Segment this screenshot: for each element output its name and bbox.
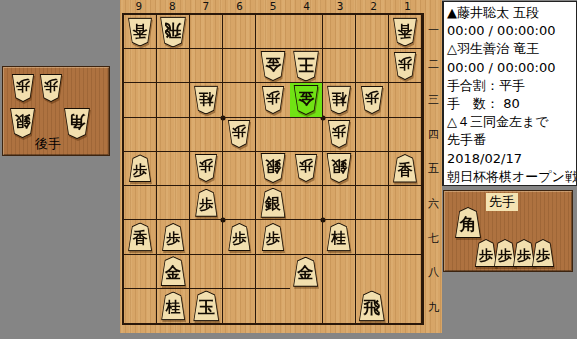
- board-cell-3四[interactable]: 歩: [323, 118, 356, 152]
- board-cell-1八[interactable]: [389, 255, 422, 289]
- file-label: 4: [290, 0, 324, 13]
- piece-gote-knight[interactable]: 桂: [326, 86, 352, 115]
- board-cell-8三[interactable]: [157, 83, 190, 117]
- rank-label: 二: [426, 48, 441, 83]
- info-line-3: △羽生善治 竜王: [447, 40, 576, 58]
- board-cell-5四[interactable]: [256, 118, 289, 152]
- file-label: 2: [357, 0, 391, 13]
- board-cell-6二[interactable]: [223, 49, 256, 83]
- piece-gote-rook[interactable]: 飛: [159, 16, 187, 47]
- piece-gote-pawn[interactable]: 歩: [194, 154, 218, 182]
- board-cell-6九[interactable]: [223, 289, 256, 323]
- board-cell-6七[interactable]: 歩: [223, 220, 256, 254]
- board-cell-7八[interactable]: [190, 255, 223, 289]
- file-labels: 987654321: [122, 0, 424, 13]
- board-cell-9二[interactable]: [124, 49, 157, 83]
- piece-kanji: 銀: [265, 193, 281, 212]
- board-cell-5二[interactable]: 金: [256, 49, 289, 83]
- board-cell-7二[interactable]: [190, 49, 223, 83]
- board-cell-6六[interactable]: [223, 186, 256, 220]
- board-cell-9七[interactable]: 香: [124, 220, 157, 254]
- piece-kanji: 歩: [498, 245, 512, 262]
- piece-kanji: 歩: [266, 92, 280, 109]
- file-label: 8: [156, 0, 190, 13]
- board-cell-4七[interactable]: [290, 220, 323, 254]
- board-cell-7六[interactable]: 歩: [190, 186, 223, 220]
- board-cell-4八[interactable]: 金: [290, 255, 323, 289]
- file-label: 9: [122, 0, 156, 13]
- piece-sente-king[interactable]: 玉: [192, 290, 220, 321]
- piece-gote-pawn[interactable]: 歩: [360, 86, 384, 114]
- piece-gote-gold[interactable]: 金: [259, 51, 286, 81]
- board-cell-7五[interactable]: 歩: [190, 152, 223, 186]
- piece-kanji: 桂: [331, 228, 346, 246]
- piece-sente-knight[interactable]: 桂: [160, 291, 186, 320]
- board-cell-9九[interactable]: [124, 289, 157, 323]
- piece-kanji: 飛: [363, 296, 380, 316]
- piece-kanji: 桂: [199, 91, 214, 109]
- board-cell-3一[interactable]: [323, 15, 356, 49]
- gote-tray-label: 後手: [35, 135, 61, 153]
- piece-gote-knight[interactable]: 桂: [193, 86, 219, 115]
- piece-gote-pawn[interactable]: 歩: [11, 74, 35, 102]
- board-cell-7四[interactable]: [190, 118, 223, 152]
- rank-label: 五: [426, 152, 441, 187]
- board-cell-4九[interactable]: [290, 289, 323, 323]
- piece-kanji: 歩: [517, 245, 531, 262]
- rank-label: 三: [426, 82, 441, 117]
- board-cell-7一[interactable]: [190, 15, 223, 49]
- piece-sente-silver[interactable]: 銀: [259, 188, 286, 218]
- piece-kanji: 桂: [166, 297, 181, 315]
- sente-tray-label: 先手: [486, 193, 518, 211]
- board-cell-5三[interactable]: 歩: [256, 83, 289, 117]
- shogi-board-panel: 987654321 香飛香金王歩桂歩金桂歩歩歩歩歩銀歩銀香歩銀香歩歩歩桂金金桂玉…: [120, 0, 442, 333]
- sente-captured-tray: 先手 角歩歩歩歩: [443, 190, 573, 272]
- board-cell-5七[interactable]: 歩: [256, 220, 289, 254]
- board-cell-2六[interactable]: [356, 186, 389, 220]
- rank-label: 八: [426, 256, 441, 291]
- board-cell-4二[interactable]: 王: [290, 49, 323, 83]
- board-cell-3五[interactable]: 銀: [323, 152, 356, 186]
- board-cell-1一[interactable]: 香: [389, 15, 422, 49]
- piece-kanji: 歩: [133, 160, 147, 177]
- piece-kanji: 歩: [44, 80, 58, 97]
- piece-kanji: 王: [297, 56, 314, 76]
- board-cell-8八[interactable]: 金: [157, 255, 190, 289]
- piece-kanji: 金: [298, 91, 314, 110]
- piece-sente-gold[interactable]: 金: [160, 256, 187, 286]
- board-cell-5九[interactable]: [256, 289, 289, 323]
- piece-gote-pawn[interactable]: 歩: [227, 120, 251, 148]
- board-cell-6一[interactable]: [223, 15, 256, 49]
- piece-kanji: 飛: [165, 22, 182, 42]
- board-cell-5八[interactable]: [256, 255, 289, 289]
- info-line-4: 00:00 / 00:00:00: [447, 59, 576, 77]
- piece-kanji: 金: [298, 262, 314, 281]
- board-cell-2二[interactable]: [356, 49, 389, 83]
- board-cell-1二[interactable]: 歩: [389, 49, 422, 83]
- board-cell-2一[interactable]: [356, 15, 389, 49]
- board-cell-7九[interactable]: 玉: [190, 289, 223, 323]
- piece-gote-lance[interactable]: 香: [392, 17, 418, 46]
- board-cell-2九[interactable]: 飛: [356, 289, 389, 323]
- board-cell-6三[interactable]: [223, 83, 256, 117]
- file-label: 7: [189, 0, 223, 13]
- rank-labels: 一二三四五六七八九: [426, 13, 441, 325]
- piece-kanji: 歩: [365, 92, 379, 109]
- board-cell-8七[interactable]: 歩: [157, 220, 190, 254]
- rank-label: 七: [426, 221, 441, 256]
- piece-kanji: 歩: [266, 228, 280, 245]
- piece-gote-pawn[interactable]: 歩: [261, 86, 285, 114]
- board-cell-9六[interactable]: [124, 186, 157, 220]
- piece-kanji: 歩: [332, 126, 346, 143]
- piece-gote-king[interactable]: 王: [292, 50, 320, 81]
- info-line-1: ▲藤井聡太 五段: [447, 4, 576, 22]
- board-cell-9五[interactable]: 歩: [124, 152, 157, 186]
- piece-gote-bishop[interactable]: 角: [63, 108, 91, 139]
- board-cell-3七[interactable]: 桂: [323, 220, 356, 254]
- info-line-10: 朝日杯将棋オープン戦: [447, 168, 576, 186]
- piece-sente-bishop[interactable]: 角: [454, 207, 482, 238]
- piece-kanji: 歩: [479, 245, 493, 262]
- info-line-6: 手 数： 80: [447, 95, 576, 113]
- piece-sente-pawn[interactable]: 歩: [194, 189, 218, 217]
- info-line-2: 00:00 / 00:00:00: [447, 22, 576, 40]
- board-cell-1六[interactable]: [389, 186, 422, 220]
- board-cell-1五[interactable]: 香: [389, 152, 422, 186]
- board-cell-5六[interactable]: 銀: [256, 186, 289, 220]
- rank-label: 九: [426, 290, 441, 325]
- piece-kanji: 歩: [232, 228, 246, 245]
- piece-kanji: 歩: [166, 228, 180, 245]
- piece-kanji: 香: [397, 23, 412, 41]
- board-cell-8四[interactable]: [157, 118, 190, 152]
- board-cell-7七[interactable]: [190, 220, 223, 254]
- board-grid: 香飛香金王歩桂歩金桂歩歩歩歩歩銀歩銀香歩銀香歩歩歩桂金金桂玉飛: [122, 13, 424, 325]
- board-cell-3二[interactable]: [323, 49, 356, 83]
- piece-sente-pawn[interactable]: 歩: [161, 223, 185, 251]
- board-cell-2七[interactable]: [356, 220, 389, 254]
- piece-gote-silver[interactable]: 銀: [259, 153, 286, 183]
- board-cell-2四[interactable]: [356, 118, 389, 152]
- info-lines: ▲藤井聡太 五段00:00 / 00:00:00△羽生善治 竜王00:00 / …: [447, 4, 576, 186]
- piece-gote-gold[interactable]: 金: [292, 85, 319, 115]
- board-cell-6五[interactable]: [223, 152, 256, 186]
- piece-sente-pawn[interactable]: 歩: [227, 223, 251, 251]
- piece-sente-knight[interactable]: 桂: [326, 222, 352, 251]
- board-cell-3八[interactable]: [323, 255, 356, 289]
- gote-captured-tray: 歩歩銀角 後手: [2, 66, 110, 156]
- info-line-9: 2018/02/17: [447, 150, 576, 168]
- piece-gote-pawn[interactable]: 歩: [327, 120, 351, 148]
- board-cell-4三[interactable]: 金: [290, 83, 323, 117]
- piece-gote-pawn[interactable]: 歩: [294, 154, 318, 182]
- rank-label: 一: [426, 13, 441, 48]
- game-info-panel: ▲藤井聡太 五段00:00 / 00:00:00△羽生善治 竜王00:00 / …: [442, 1, 577, 186]
- piece-kanji: 歩: [299, 160, 313, 177]
- piece-sente-pawn[interactable]: 歩: [261, 223, 285, 251]
- board-cell-1七[interactable]: [389, 220, 422, 254]
- piece-kanji: 角: [69, 114, 86, 134]
- board-cell-8二[interactable]: [157, 49, 190, 83]
- piece-sente-rook[interactable]: 飛: [358, 290, 386, 321]
- piece-kanji: 金: [265, 56, 281, 75]
- info-line-8: 先手番: [447, 131, 576, 149]
- board-cell-3六[interactable]: [323, 186, 356, 220]
- piece-kanji: 桂: [331, 91, 346, 109]
- piece-gote-lance[interactable]: 香: [127, 17, 153, 46]
- board-cell-5五[interactable]: 銀: [256, 152, 289, 186]
- board-cell-2三[interactable]: 歩: [356, 83, 389, 117]
- piece-kanji: 歩: [398, 57, 412, 74]
- board-cell-9四[interactable]: [124, 118, 157, 152]
- board-cell-1九[interactable]: [389, 289, 422, 323]
- piece-gote-silver[interactable]: 銀: [9, 108, 36, 138]
- board-cell-8九[interactable]: 桂: [157, 289, 190, 323]
- board-cell-5一[interactable]: [256, 15, 289, 49]
- file-label: 6: [223, 0, 257, 13]
- piece-kanji: 歩: [199, 160, 213, 177]
- board-cell-2八[interactable]: [356, 255, 389, 289]
- board-cell-8一[interactable]: 飛: [157, 15, 190, 49]
- board-cell-6八[interactable]: [223, 255, 256, 289]
- board-cell-2五[interactable]: [356, 152, 389, 186]
- piece-sente-pawn[interactable]: 歩: [128, 154, 152, 182]
- board-cell-4一[interactable]: [290, 15, 323, 49]
- board-cell-4六[interactable]: [290, 186, 323, 220]
- piece-kanji: 金: [165, 262, 181, 281]
- piece-kanji: 香: [133, 228, 148, 246]
- board-cell-4五[interactable]: 歩: [290, 152, 323, 186]
- piece-kanji: 玉: [198, 296, 215, 316]
- piece-gote-pawn[interactable]: 歩: [393, 52, 417, 80]
- piece-kanji: 歩: [16, 80, 30, 97]
- board-cell-4四[interactable]: [290, 118, 323, 152]
- piece-gote-silver[interactable]: 銀: [325, 153, 352, 183]
- piece-kanji: 香: [397, 159, 412, 177]
- board-cell-9八[interactable]: [124, 255, 157, 289]
- piece-sente-gold[interactable]: 金: [292, 257, 319, 287]
- board-cell-9三[interactable]: [124, 83, 157, 117]
- piece-sente-pawn[interactable]: 歩: [531, 239, 555, 267]
- board-cell-3九[interactable]: [323, 289, 356, 323]
- rank-label: 四: [426, 117, 441, 152]
- board-cell-6四[interactable]: 歩: [223, 118, 256, 152]
- board-cell-9一[interactable]: 香: [124, 15, 157, 49]
- board-cell-3三[interactable]: 桂: [323, 83, 356, 117]
- file-label: 1: [390, 0, 424, 13]
- board-cell-1四[interactable]: [389, 118, 422, 152]
- file-label: 5: [256, 0, 290, 13]
- piece-kanji: 香: [133, 23, 148, 41]
- file-label: 3: [323, 0, 357, 13]
- piece-gote-pawn[interactable]: 歩: [39, 74, 63, 102]
- board-cell-8五[interactable]: [157, 152, 190, 186]
- piece-sente-lance[interactable]: 香: [392, 154, 418, 183]
- board-cell-1三[interactable]: [389, 83, 422, 117]
- board-cell-7三[interactable]: 桂: [190, 83, 223, 117]
- piece-kanji: 銀: [265, 159, 281, 178]
- rank-label: 六: [426, 186, 441, 221]
- piece-kanji: 角: [460, 213, 477, 233]
- piece-kanji: 歩: [232, 126, 246, 143]
- info-line-5: 手合割：平手: [447, 77, 576, 95]
- board-cell-8六[interactable]: [157, 186, 190, 220]
- piece-kanji: 歩: [536, 245, 550, 262]
- piece-kanji: 銀: [331, 159, 347, 178]
- piece-kanji: 銀: [15, 114, 31, 133]
- piece-sente-lance[interactable]: 香: [127, 222, 153, 251]
- info-line-7: △４三同金左まで: [447, 113, 576, 131]
- piece-kanji: 歩: [199, 194, 213, 211]
